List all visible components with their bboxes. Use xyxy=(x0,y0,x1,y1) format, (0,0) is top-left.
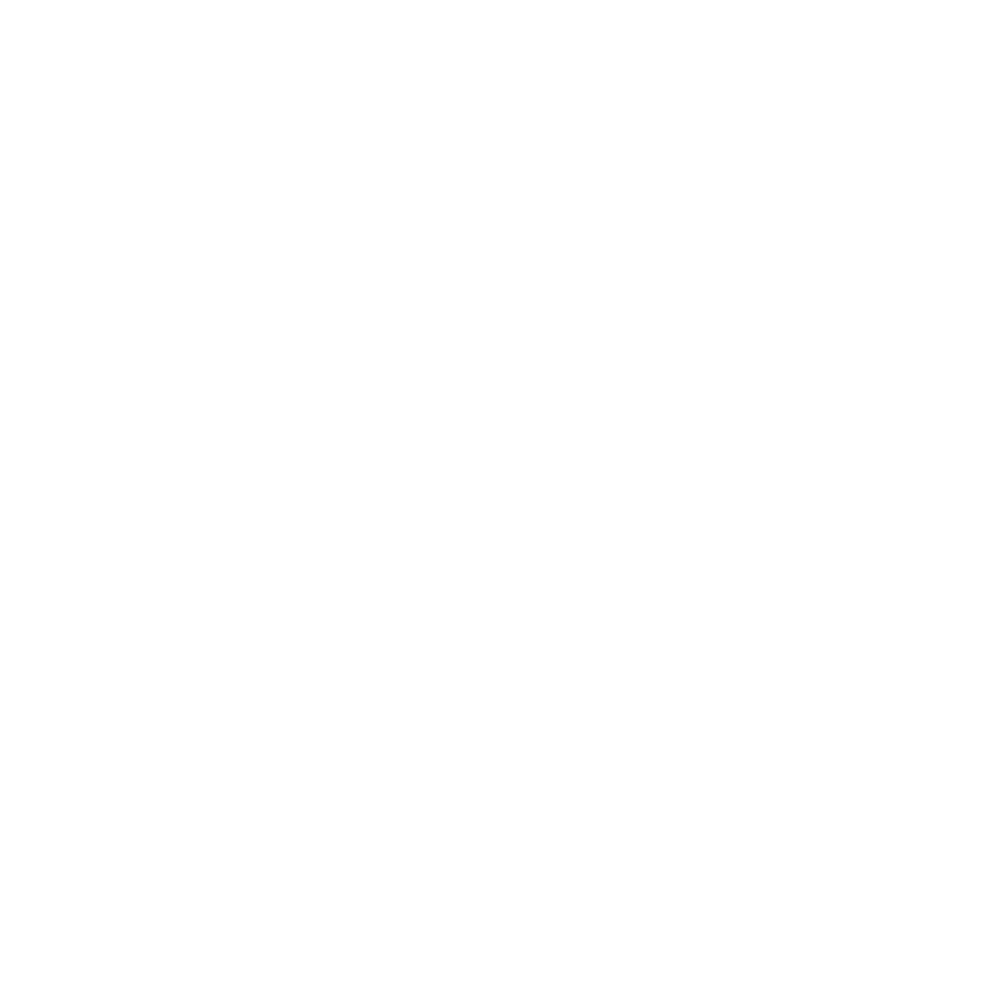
photo-full-set xyxy=(265,671,810,981)
photo-pieces-closeup xyxy=(265,361,808,666)
product-photo-collage xyxy=(0,0,994,994)
photo-board-closeup xyxy=(265,24,808,321)
